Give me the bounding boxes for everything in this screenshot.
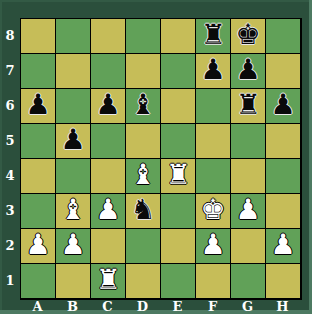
square-b1[interactable] bbox=[56, 264, 91, 299]
piece-black-pawn: ♟ bbox=[95, 91, 120, 119]
piece-black-pawn: ♟ bbox=[235, 56, 260, 84]
piece-white-bishop: ♝ bbox=[60, 196, 85, 224]
chess-board: ♜♚♟♟♟♟♝♜♟♟♝♜♝♟♞♚♟♟♟♟♟♜ bbox=[20, 18, 302, 300]
square-h1[interactable] bbox=[266, 264, 301, 299]
file-label-c: C bbox=[90, 298, 125, 314]
square-b5[interactable]: ♟ bbox=[56, 124, 91, 159]
square-e6[interactable] bbox=[161, 89, 196, 124]
piece-black-pawn: ♟ bbox=[25, 91, 50, 119]
square-f1[interactable] bbox=[196, 264, 231, 299]
square-g2[interactable] bbox=[231, 229, 266, 264]
square-g3[interactable]: ♟ bbox=[231, 194, 266, 229]
square-f3[interactable]: ♚ bbox=[196, 194, 231, 229]
square-b8[interactable] bbox=[56, 19, 91, 54]
square-f5[interactable] bbox=[196, 124, 231, 159]
file-label-a: A bbox=[20, 298, 55, 314]
piece-black-pawn: ♟ bbox=[270, 91, 295, 119]
file-label-e: E bbox=[160, 298, 195, 314]
piece-black-pawn: ♟ bbox=[200, 56, 225, 84]
square-e8[interactable] bbox=[161, 19, 196, 54]
square-g1[interactable] bbox=[231, 264, 266, 299]
square-d2[interactable] bbox=[126, 229, 161, 264]
square-c7[interactable] bbox=[91, 54, 126, 89]
file-label-h: H bbox=[265, 298, 300, 314]
rank-label-7: 7 bbox=[0, 53, 20, 88]
square-a6[interactable]: ♟ bbox=[21, 89, 56, 124]
square-g5[interactable] bbox=[231, 124, 266, 159]
square-h5[interactable] bbox=[266, 124, 301, 159]
piece-white-rook: ♜ bbox=[165, 161, 190, 189]
square-c6[interactable]: ♟ bbox=[91, 89, 126, 124]
square-a8[interactable] bbox=[21, 19, 56, 54]
rank-label-6: 6 bbox=[0, 88, 20, 123]
square-b2[interactable]: ♟ bbox=[56, 229, 91, 264]
square-d6[interactable]: ♝ bbox=[126, 89, 161, 124]
rank-label-4: 4 bbox=[0, 158, 20, 193]
square-f8[interactable]: ♜ bbox=[196, 19, 231, 54]
square-g8[interactable]: ♚ bbox=[231, 19, 266, 54]
square-b6[interactable] bbox=[56, 89, 91, 124]
square-c8[interactable] bbox=[91, 19, 126, 54]
square-e7[interactable] bbox=[161, 54, 196, 89]
piece-white-bishop: ♝ bbox=[130, 161, 155, 189]
square-h3[interactable] bbox=[266, 194, 301, 229]
square-f7[interactable]: ♟ bbox=[196, 54, 231, 89]
piece-white-pawn: ♟ bbox=[95, 196, 120, 224]
square-d1[interactable] bbox=[126, 264, 161, 299]
file-labels: ABCDEFGH bbox=[20, 298, 301, 314]
piece-white-king: ♚ bbox=[200, 196, 225, 224]
square-h8[interactable] bbox=[266, 19, 301, 54]
file-label-b: B bbox=[55, 298, 90, 314]
square-a5[interactable] bbox=[21, 124, 56, 159]
rank-label-3: 3 bbox=[0, 193, 20, 228]
square-h2[interactable]: ♟ bbox=[266, 229, 301, 264]
piece-black-pawn: ♟ bbox=[60, 126, 85, 154]
square-e5[interactable] bbox=[161, 124, 196, 159]
square-h4[interactable] bbox=[266, 159, 301, 194]
rank-label-1: 1 bbox=[0, 263, 20, 298]
piece-white-rook: ♜ bbox=[95, 266, 120, 294]
piece-white-pawn: ♟ bbox=[270, 231, 295, 259]
rank-label-8: 8 bbox=[0, 18, 20, 53]
square-d8[interactable] bbox=[126, 19, 161, 54]
square-f6[interactable] bbox=[196, 89, 231, 124]
piece-black-rook: ♜ bbox=[235, 91, 260, 119]
file-label-f: F bbox=[195, 298, 230, 314]
square-e3[interactable] bbox=[161, 194, 196, 229]
square-c4[interactable] bbox=[91, 159, 126, 194]
board-frame: 87654321 ♜♚♟♟♟♟♝♜♟♟♝♜♝♟♞♚♟♟♟♟♟♜ ABCDEFGH bbox=[0, 0, 312, 314]
piece-black-rook: ♜ bbox=[200, 21, 225, 49]
square-a4[interactable] bbox=[21, 159, 56, 194]
square-b4[interactable] bbox=[56, 159, 91, 194]
piece-white-pawn: ♟ bbox=[60, 231, 85, 259]
square-b7[interactable] bbox=[56, 54, 91, 89]
square-a7[interactable] bbox=[21, 54, 56, 89]
square-d3[interactable]: ♞ bbox=[126, 194, 161, 229]
square-e1[interactable] bbox=[161, 264, 196, 299]
square-h6[interactable]: ♟ bbox=[266, 89, 301, 124]
square-c3[interactable]: ♟ bbox=[91, 194, 126, 229]
square-c2[interactable] bbox=[91, 229, 126, 264]
square-h7[interactable] bbox=[266, 54, 301, 89]
rank-label-2: 2 bbox=[0, 228, 20, 263]
rank-labels: 87654321 bbox=[0, 18, 20, 299]
file-label-d: D bbox=[125, 298, 160, 314]
rank-label-5: 5 bbox=[0, 123, 20, 158]
square-a2[interactable]: ♟ bbox=[21, 229, 56, 264]
square-c1[interactable]: ♜ bbox=[91, 264, 126, 299]
piece-black-king: ♚ bbox=[235, 21, 260, 49]
piece-black-bishop: ♝ bbox=[130, 91, 155, 119]
square-f4[interactable] bbox=[196, 159, 231, 194]
square-c5[interactable] bbox=[91, 124, 126, 159]
square-g7[interactable]: ♟ bbox=[231, 54, 266, 89]
square-a3[interactable] bbox=[21, 194, 56, 229]
piece-white-pawn: ♟ bbox=[200, 231, 225, 259]
square-b3[interactable]: ♝ bbox=[56, 194, 91, 229]
piece-white-pawn: ♟ bbox=[235, 196, 260, 224]
square-a1[interactable] bbox=[21, 264, 56, 299]
square-g4[interactable] bbox=[231, 159, 266, 194]
square-d5[interactable] bbox=[126, 124, 161, 159]
file-label-g: G bbox=[230, 298, 265, 314]
piece-white-pawn: ♟ bbox=[25, 231, 50, 259]
square-e4[interactable]: ♜ bbox=[161, 159, 196, 194]
piece-black-knight: ♞ bbox=[130, 196, 155, 224]
square-e2[interactable] bbox=[161, 229, 196, 264]
square-g6[interactable]: ♜ bbox=[231, 89, 266, 124]
square-f2[interactable]: ♟ bbox=[196, 229, 231, 264]
square-d4[interactable]: ♝ bbox=[126, 159, 161, 194]
square-d7[interactable] bbox=[126, 54, 161, 89]
